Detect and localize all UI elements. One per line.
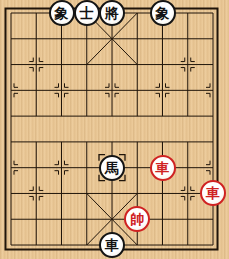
board-grid xyxy=(0,0,229,259)
black-elephant-piece[interactable]: 象 xyxy=(150,0,176,26)
black-general-piece[interactable]: 將 xyxy=(99,0,125,26)
black-horse-piece[interactable]: 馬 xyxy=(99,155,125,181)
black-chariot-piece[interactable]: 車 xyxy=(99,232,125,258)
black-elephant-piece[interactable]: 象 xyxy=(49,0,75,26)
red-chariot-piece[interactable]: 車 xyxy=(150,155,176,181)
xiangqi-board: 象士將象馬車車帥車 xyxy=(0,0,229,259)
black-advisor-piece[interactable]: 士 xyxy=(74,0,100,26)
